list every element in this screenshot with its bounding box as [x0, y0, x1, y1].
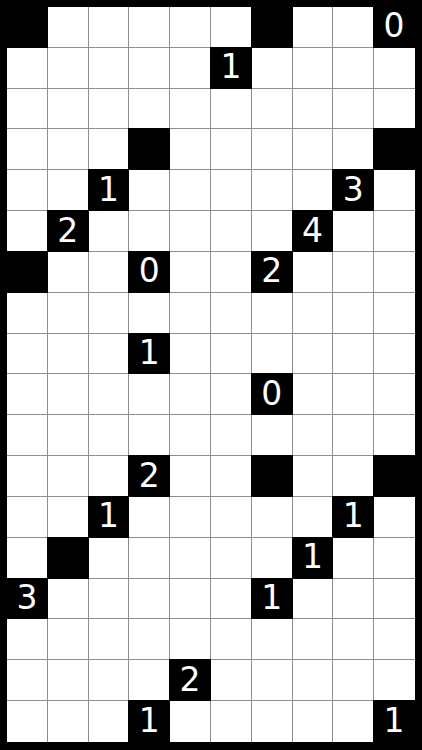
cell-r1c1[interactable] [48, 48, 89, 89]
cell-r17c7[interactable] [293, 701, 334, 742]
cell-r7c3[interactable] [129, 293, 170, 334]
cell-r5c3[interactable] [129, 211, 170, 252]
cell-r6c1[interactable] [48, 252, 89, 293]
cell-r9c4[interactable] [170, 374, 211, 415]
cell-r1c2[interactable] [89, 48, 130, 89]
cell-r15c6[interactable] [252, 619, 293, 660]
cell-r10c4[interactable] [170, 415, 211, 456]
cell-r7c8[interactable] [333, 293, 374, 334]
cell-r5c1: 2 [47, 210, 89, 252]
cell-r16c8[interactable] [333, 660, 374, 701]
cell-r14c1[interactable] [48, 579, 89, 620]
cell-r11c4[interactable] [170, 456, 211, 497]
cell-r10c8[interactable] [333, 415, 374, 456]
clue-text: 2 [180, 663, 201, 698]
clue-text: 4 [302, 214, 323, 249]
cell-r14c7[interactable] [293, 579, 334, 620]
cell-r6c7[interactable] [293, 252, 334, 293]
cell-r12c7[interactable] [293, 497, 334, 538]
cell-r2c4[interactable] [170, 89, 211, 130]
cell-r12c3[interactable] [129, 497, 170, 538]
cell-r17c0[interactable] [7, 701, 48, 742]
cell-r13c6[interactable] [252, 538, 293, 579]
clue-text: 1 [220, 50, 241, 85]
cell-r8c9[interactable] [374, 334, 415, 375]
cell-r11c5[interactable] [211, 456, 252, 497]
cell-r3c0[interactable] [7, 129, 48, 170]
cell-r1c9[interactable] [374, 48, 415, 89]
cell-r9c7[interactable] [293, 374, 334, 415]
cell-r0c5[interactable] [211, 7, 252, 48]
cell-r16c2[interactable] [89, 660, 130, 701]
cell-r15c2[interactable] [89, 619, 130, 660]
cell-r4c4[interactable] [170, 170, 211, 211]
cell-r8c7[interactable] [293, 334, 334, 375]
cell-r11c0[interactable] [7, 456, 48, 497]
cell-r1c4[interactable] [170, 48, 211, 89]
cell-r3c2[interactable] [89, 129, 130, 170]
cell-r3c6[interactable] [252, 129, 293, 170]
cell-r3c3 [128, 128, 170, 170]
cell-r17c8[interactable] [333, 701, 374, 742]
clue-text: 1 [343, 499, 364, 534]
cell-r3c9 [373, 128, 415, 170]
cell-r15c4[interactable] [170, 619, 211, 660]
cell-r1c0[interactable] [7, 48, 48, 89]
cell-r6c4[interactable] [170, 252, 211, 293]
cell-r10c9[interactable] [374, 415, 415, 456]
cell-r7c6[interactable] [252, 293, 293, 334]
cell-r16c5[interactable] [211, 660, 252, 701]
cell-r3c7[interactable] [293, 129, 334, 170]
cell-r14c8[interactable] [333, 579, 374, 620]
cell-r0c9: 0 [373, 6, 415, 48]
cell-r3c4[interactable] [170, 129, 211, 170]
cell-r0c2[interactable] [89, 7, 130, 48]
cell-r5c0[interactable] [7, 211, 48, 252]
cell-r15c5[interactable] [211, 619, 252, 660]
cell-r9c6: 0 [251, 373, 293, 415]
cell-r17c5[interactable] [211, 701, 252, 742]
cell-r4c8: 3 [332, 169, 374, 211]
clue-text: 0 [139, 254, 160, 289]
cell-r13c8[interactable] [333, 538, 374, 579]
cell-r14c6: 1 [251, 578, 293, 620]
cell-r13c1 [47, 537, 89, 579]
cell-r15c7[interactable] [293, 619, 334, 660]
cell-r8c8[interactable] [333, 334, 374, 375]
cell-r4c7[interactable] [293, 170, 334, 211]
cell-r0c1[interactable] [48, 7, 89, 48]
cell-r9c1[interactable] [48, 374, 89, 415]
cell-r6c0 [6, 251, 48, 293]
cell-r11c2[interactable] [89, 456, 130, 497]
cell-r8c0[interactable] [7, 334, 48, 375]
cell-r1c8[interactable] [333, 48, 374, 89]
clue-text: 1 [98, 499, 119, 534]
cell-r7c9[interactable] [374, 293, 415, 334]
cell-r17c9: 1 [373, 700, 415, 742]
cell-r8c4[interactable] [170, 334, 211, 375]
cell-r16c4: 2 [169, 659, 211, 701]
cell-r12c4[interactable] [170, 497, 211, 538]
cell-r8c2[interactable] [89, 334, 130, 375]
cell-r12c8: 1 [332, 496, 374, 538]
cell-r13c5[interactable] [211, 538, 252, 579]
cell-r14c5[interactable] [211, 579, 252, 620]
cell-r15c1[interactable] [48, 619, 89, 660]
cell-r12c1[interactable] [48, 497, 89, 538]
puzzle-board: 0113240210211131211 [7, 7, 415, 742]
cell-r5c2[interactable] [89, 211, 130, 252]
cell-r5c9[interactable] [374, 211, 415, 252]
cell-r5c8[interactable] [333, 211, 374, 252]
cell-r16c6[interactable] [252, 660, 293, 701]
cell-r4c2: 1 [88, 169, 130, 211]
cell-r9c0[interactable] [7, 374, 48, 415]
clue-text: 2 [57, 214, 78, 249]
cell-r2c5[interactable] [211, 89, 252, 130]
cell-r3c5[interactable] [211, 129, 252, 170]
cell-r8c1[interactable] [48, 334, 89, 375]
cell-r6c6: 2 [251, 251, 293, 293]
cell-r4c0[interactable] [7, 170, 48, 211]
cell-r15c0[interactable] [7, 619, 48, 660]
cell-r16c0[interactable] [7, 660, 48, 701]
cell-r14c2[interactable] [89, 579, 130, 620]
clue-text: 1 [261, 581, 282, 616]
cell-r6c9[interactable] [374, 252, 415, 293]
cell-r1c7[interactable] [293, 48, 334, 89]
cell-r8c3: 1 [128, 333, 170, 375]
cell-r17c2[interactable] [89, 701, 130, 742]
cell-r13c2[interactable] [89, 538, 130, 579]
clue-text: 1 [302, 540, 323, 575]
cell-r11c1[interactable] [48, 456, 89, 497]
cell-r0c0 [6, 6, 48, 48]
cell-r10c1[interactable] [48, 415, 89, 456]
cell-r15c9[interactable] [374, 619, 415, 660]
cell-r13c7: 1 [292, 537, 334, 579]
cell-r4c6[interactable] [252, 170, 293, 211]
cell-r15c3[interactable] [129, 619, 170, 660]
cell-r7c1[interactable] [48, 293, 89, 334]
cell-r0c6 [251, 6, 293, 48]
cell-r7c2[interactable] [89, 293, 130, 334]
cell-r8c5[interactable] [211, 334, 252, 375]
cell-r2c3[interactable] [129, 89, 170, 130]
cell-r14c0: 3 [6, 578, 48, 620]
cell-r14c3[interactable] [129, 579, 170, 620]
cell-r1c6[interactable] [252, 48, 293, 89]
cell-r4c1[interactable] [48, 170, 89, 211]
clue-text: 0 [261, 377, 282, 412]
cell-r10c6[interactable] [252, 415, 293, 456]
clue-text: 1 [139, 704, 160, 739]
cell-r10c2[interactable] [89, 415, 130, 456]
cell-r6c2[interactable] [89, 252, 130, 293]
cell-r16c9[interactable] [374, 660, 415, 701]
cell-r2c1[interactable] [48, 89, 89, 130]
cell-r7c0[interactable] [7, 293, 48, 334]
cell-r6c3: 0 [128, 251, 170, 293]
cell-r17c6[interactable] [252, 701, 293, 742]
cell-r10c5[interactable] [211, 415, 252, 456]
clue-text: 3 [343, 173, 364, 208]
cell-r17c4[interactable] [170, 701, 211, 742]
clue-text: 2 [139, 459, 160, 494]
cell-r16c7[interactable] [293, 660, 334, 701]
cell-r0c8[interactable] [333, 7, 374, 48]
cell-r5c7: 4 [292, 210, 334, 252]
cell-r12c9[interactable] [374, 497, 415, 538]
cell-r13c4[interactable] [170, 538, 211, 579]
cell-r10c0[interactable] [7, 415, 48, 456]
clue-text: 1 [384, 704, 405, 739]
cell-r2c6[interactable] [252, 89, 293, 130]
cell-r6c5[interactable] [211, 252, 252, 293]
cell-r17c1[interactable] [48, 701, 89, 742]
cell-r5c4[interactable] [170, 211, 211, 252]
cell-r2c9[interactable] [374, 89, 415, 130]
cell-r12c0[interactable] [7, 497, 48, 538]
cell-r9c9[interactable] [374, 374, 415, 415]
clue-text: 1 [98, 173, 119, 208]
clue-text: 0 [384, 9, 405, 44]
cell-r5c5[interactable] [211, 211, 252, 252]
cell-r4c3[interactable] [129, 170, 170, 211]
cell-r11c6 [251, 455, 293, 497]
cell-r1c5: 1 [210, 47, 252, 89]
cell-r8c6[interactable] [252, 334, 293, 375]
cell-r2c2[interactable] [89, 89, 130, 130]
cell-r10c7[interactable] [293, 415, 334, 456]
cell-r12c5[interactable] [211, 497, 252, 538]
cell-r5c6[interactable] [252, 211, 293, 252]
cell-r11c8[interactable] [333, 456, 374, 497]
cell-r7c4[interactable] [170, 293, 211, 334]
cell-r13c0[interactable] [7, 538, 48, 579]
cell-r2c8[interactable] [333, 89, 374, 130]
cell-r10c3[interactable] [129, 415, 170, 456]
cell-r17c3: 1 [128, 700, 170, 742]
cell-r3c1[interactable] [48, 129, 89, 170]
cell-r3c8[interactable] [333, 129, 374, 170]
cell-r15c8[interactable] [333, 619, 374, 660]
cell-r0c3[interactable] [129, 7, 170, 48]
cell-r11c3: 2 [128, 455, 170, 497]
cell-r7c7[interactable] [293, 293, 334, 334]
cell-r4c9[interactable] [374, 170, 415, 211]
cell-r1c3[interactable] [129, 48, 170, 89]
cell-r16c1[interactable] [48, 660, 89, 701]
cell-r2c7[interactable] [293, 89, 334, 130]
cell-r2c0[interactable] [7, 89, 48, 130]
cell-r14c9[interactable] [374, 579, 415, 620]
cell-r9c5[interactable] [211, 374, 252, 415]
cell-r9c8[interactable] [333, 374, 374, 415]
cell-r14c4[interactable] [170, 579, 211, 620]
cell-r9c2[interactable] [89, 374, 130, 415]
cell-r13c3[interactable] [129, 538, 170, 579]
cell-r13c9[interactable] [374, 538, 415, 579]
cell-r4c5[interactable] [211, 170, 252, 211]
cell-r16c3[interactable] [129, 660, 170, 701]
cell-r12c2: 1 [88, 496, 130, 538]
cell-r0c7[interactable] [293, 7, 334, 48]
cell-r6c8[interactable] [333, 252, 374, 293]
cell-r11c7[interactable] [293, 456, 334, 497]
cell-r12c6[interactable] [252, 497, 293, 538]
clue-text: 1 [139, 336, 160, 371]
cell-r7c5[interactable] [211, 293, 252, 334]
cell-r11c9 [373, 455, 415, 497]
cell-r0c4[interactable] [170, 7, 211, 48]
cell-r9c3[interactable] [129, 374, 170, 415]
clue-text: 2 [261, 254, 282, 289]
clue-text: 3 [16, 581, 37, 616]
